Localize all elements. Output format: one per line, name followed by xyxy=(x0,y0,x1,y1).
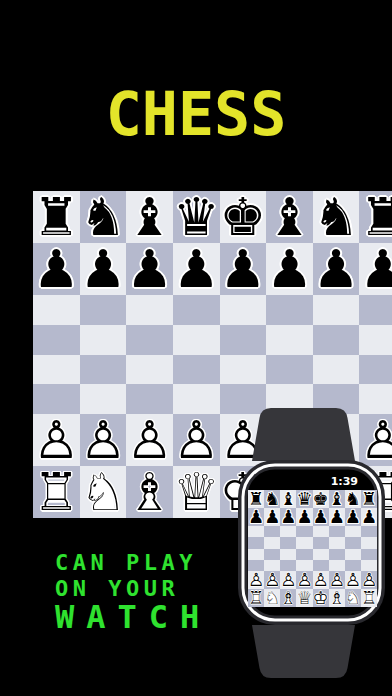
square-e8[interactable]: ♚ xyxy=(220,191,267,243)
square-e5 xyxy=(313,537,329,548)
square-a6[interactable] xyxy=(33,295,80,325)
square-d6[interactable] xyxy=(173,295,220,325)
square-g5[interactable] xyxy=(313,325,360,355)
white-rook-piece: ♜♖ xyxy=(248,589,264,607)
square-h4 xyxy=(361,549,377,560)
square-b4 xyxy=(264,549,280,560)
square-f1: ♝♗ xyxy=(329,589,345,607)
square-e6 xyxy=(313,526,329,537)
white-bishop-piece: ♝♗ xyxy=(126,466,173,518)
square-e7[interactable]: ♟ xyxy=(220,243,267,295)
square-g1: ♞♘ xyxy=(345,589,361,607)
game-clock: 1:39 xyxy=(296,476,358,488)
white-rook-piece: ♜♖ xyxy=(361,589,377,607)
square-b8[interactable]: ♞ xyxy=(80,191,127,243)
square-d1: ♛♕ xyxy=(296,589,312,607)
black-bishop-piece: ♝ xyxy=(266,191,313,243)
black-rook-piece: ♜ xyxy=(33,191,80,243)
square-d8[interactable]: ♛ xyxy=(173,191,220,243)
square-d7[interactable]: ♟ xyxy=(173,243,220,295)
black-pawn-piece: ♟ xyxy=(345,508,361,526)
square-h6 xyxy=(361,526,377,537)
square-c2[interactable]: ♟♙ xyxy=(126,414,173,466)
square-b2[interactable]: ♟♙ xyxy=(80,414,127,466)
watch-band-top xyxy=(252,408,355,461)
square-g6 xyxy=(345,526,361,537)
square-h1: ♜♖ xyxy=(361,589,377,607)
square-f8[interactable]: ♝ xyxy=(266,191,313,243)
square-a1: ♜♖ xyxy=(248,589,264,607)
square-d4[interactable] xyxy=(173,355,220,385)
square-d4 xyxy=(296,549,312,560)
app-store-screenshot: CHESS ♜♞♝♛♚♝♞♜♟♟♟♟♟♟♟♟♟♙♟♙♟♙♟♙♟♙♟♙♟♙♟♙♜♖… xyxy=(0,0,392,696)
square-h4[interactable] xyxy=(359,355,392,385)
square-c6 xyxy=(280,526,296,537)
square-g7[interactable]: ♟ xyxy=(313,243,360,295)
square-c4[interactable] xyxy=(126,355,173,385)
black-pawn-piece: ♟ xyxy=(313,508,329,526)
square-f7: ♟ xyxy=(329,508,345,526)
square-c1: ♝♗ xyxy=(280,589,296,607)
square-b1[interactable]: ♞♘ xyxy=(80,466,127,518)
black-pawn-piece: ♟ xyxy=(80,243,127,295)
square-d1[interactable]: ♛♕ xyxy=(173,466,220,518)
square-b6 xyxy=(264,526,280,537)
square-a7: ♟ xyxy=(248,508,264,526)
white-rook-piece: ♜♖ xyxy=(33,466,80,518)
square-b7: ♟ xyxy=(264,508,280,526)
square-c6[interactable] xyxy=(126,295,173,325)
black-knight-piece: ♞ xyxy=(80,191,127,243)
square-a2[interactable]: ♟♙ xyxy=(33,414,80,466)
square-d5[interactable] xyxy=(173,325,220,355)
square-f6[interactable] xyxy=(266,295,313,325)
tagline-line-1: CAN PLAY xyxy=(55,550,211,576)
square-f4[interactable] xyxy=(266,355,313,385)
black-pawn-piece: ♟ xyxy=(248,508,264,526)
square-a8[interactable]: ♜ xyxy=(33,191,80,243)
black-pawn-piece: ♟ xyxy=(266,243,313,295)
square-h8[interactable]: ♜ xyxy=(359,191,392,243)
white-pawn-piece: ♟♙ xyxy=(80,414,127,466)
black-pawn-piece: ♟ xyxy=(126,243,173,295)
black-queen-piece: ♛ xyxy=(173,191,220,243)
square-e4 xyxy=(313,549,329,560)
square-d6 xyxy=(296,526,312,537)
square-f4 xyxy=(329,549,345,560)
square-f7[interactable]: ♟ xyxy=(266,243,313,295)
square-d2[interactable]: ♟♙ xyxy=(173,414,220,466)
square-c5 xyxy=(280,537,296,548)
square-g6[interactable] xyxy=(313,295,360,325)
white-bishop-piece: ♝♗ xyxy=(329,589,345,607)
black-knight-piece: ♞ xyxy=(313,191,360,243)
square-a5 xyxy=(248,537,264,548)
white-queen-piece: ♛♕ xyxy=(296,589,312,607)
black-pawn-piece: ♟ xyxy=(359,243,392,295)
black-king-piece: ♚ xyxy=(220,191,267,243)
white-pawn-piece: ♟♙ xyxy=(126,414,173,466)
square-h5 xyxy=(361,537,377,548)
square-g7: ♟ xyxy=(345,508,361,526)
square-h7: ♟ xyxy=(361,508,377,526)
white-knight-piece: ♞♘ xyxy=(80,466,127,518)
square-g4 xyxy=(345,549,361,560)
black-pawn-piece: ♟ xyxy=(313,243,360,295)
white-pawn-piece: ♟♙ xyxy=(33,414,80,466)
square-f5 xyxy=(329,537,345,548)
black-rook-piece: ♜ xyxy=(359,191,392,243)
square-a7[interactable]: ♟ xyxy=(33,243,80,295)
square-e1: ♚♔ xyxy=(313,589,329,607)
white-knight-piece: ♞♘ xyxy=(345,589,361,607)
square-c5[interactable] xyxy=(126,325,173,355)
square-b5 xyxy=(264,537,280,548)
black-pawn-piece: ♟ xyxy=(264,508,280,526)
square-g4[interactable] xyxy=(313,355,360,385)
square-h5[interactable] xyxy=(359,325,392,355)
black-pawn-piece: ♟ xyxy=(280,508,296,526)
square-c8[interactable]: ♝ xyxy=(126,191,173,243)
square-h7[interactable]: ♟ xyxy=(359,243,392,295)
square-c4 xyxy=(280,549,296,560)
square-e5[interactable] xyxy=(220,325,267,355)
square-b1: ♞♘ xyxy=(264,589,280,607)
square-a6 xyxy=(248,526,264,537)
white-king-piece: ♚♔ xyxy=(313,589,329,607)
black-pawn-piece: ♟ xyxy=(361,508,377,526)
square-a5[interactable] xyxy=(33,325,80,355)
tagline-line-3: WATCH xyxy=(55,600,211,634)
square-b6[interactable] xyxy=(80,295,127,325)
white-queen-piece: ♛♕ xyxy=(173,466,220,518)
black-pawn-piece: ♟ xyxy=(33,243,80,295)
square-e6[interactable] xyxy=(220,295,267,325)
square-c7[interactable]: ♟ xyxy=(126,243,173,295)
black-pawn-piece: ♟ xyxy=(296,508,312,526)
black-pawn-piece: ♟ xyxy=(173,243,220,295)
square-a4 xyxy=(248,549,264,560)
square-f6 xyxy=(329,526,345,537)
square-g5 xyxy=(345,537,361,548)
square-e4[interactable] xyxy=(220,355,267,385)
square-f5[interactable] xyxy=(266,325,313,355)
white-bishop-piece: ♝♗ xyxy=(280,589,296,607)
white-pawn-piece: ♟♙ xyxy=(173,414,220,466)
square-b7[interactable]: ♟ xyxy=(80,243,127,295)
square-a1[interactable]: ♜♖ xyxy=(33,466,80,518)
tagline: CAN PLAY ON YOUR WATCH xyxy=(55,550,211,634)
square-b4[interactable] xyxy=(80,355,127,385)
square-c7: ♟ xyxy=(280,508,296,526)
watch-band-bottom xyxy=(252,625,355,678)
app-title: CHESS xyxy=(0,84,392,144)
square-e7: ♟ xyxy=(313,508,329,526)
white-knight-piece: ♞♘ xyxy=(264,589,280,607)
square-c1[interactable]: ♝♗ xyxy=(126,466,173,518)
square-a4[interactable] xyxy=(33,355,80,385)
square-g8[interactable]: ♞ xyxy=(313,191,360,243)
watch-chess-board: ♜♞♝♛♚♝♞♜♟♟♟♟♟♟♟♟♟♙♟♙♟♙♟♙♟♙♟♙♟♙♟♙♜♖♞♘♝♗♛♕… xyxy=(248,490,362,607)
square-h6[interactable] xyxy=(359,295,392,325)
square-b5[interactable] xyxy=(80,325,127,355)
black-pawn-piece: ♟ xyxy=(220,243,267,295)
square-d7: ♟ xyxy=(296,508,312,526)
black-bishop-piece: ♝ xyxy=(126,191,173,243)
square-d5 xyxy=(296,537,312,548)
black-pawn-piece: ♟ xyxy=(329,508,345,526)
